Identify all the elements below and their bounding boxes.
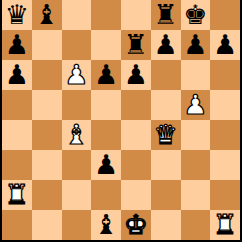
chess-board: ♛♝♜♚♟♜♟♟♟♟♟♟♟♟♝♛♟♜♝♚♜: [0, 0, 242, 242]
square-d3[interactable]: ♟: [91, 150, 121, 180]
piece-black-pawn-icon[interactable]: ♟: [183, 31, 207, 58]
piece-black-pawn-icon[interactable]: ♟: [5, 31, 29, 58]
square-g7[interactable]: ♟: [181, 30, 211, 60]
piece-black-rook-icon[interactable]: ♜: [124, 31, 148, 58]
square-e1[interactable]: ♚: [121, 210, 151, 240]
square-d6[interactable]: ♟: [91, 60, 121, 90]
piece-black-king-icon[interactable]: ♚: [183, 1, 207, 28]
square-c5[interactable]: [62, 90, 92, 120]
square-g5[interactable]: ♟: [181, 90, 211, 120]
piece-black-pawn-icon[interactable]: ♟: [154, 31, 178, 58]
square-a4[interactable]: [2, 120, 32, 150]
square-h1[interactable]: ♜: [210, 210, 240, 240]
square-g2[interactable]: [181, 180, 211, 210]
piece-white-pawn-icon[interactable]: ♟: [183, 91, 207, 118]
square-f3[interactable]: [151, 150, 181, 180]
square-d2[interactable]: [91, 180, 121, 210]
square-f1[interactable]: [151, 210, 181, 240]
square-e5[interactable]: [121, 90, 151, 120]
square-b7[interactable]: [32, 30, 62, 60]
square-d4[interactable]: [91, 120, 121, 150]
square-f2[interactable]: [151, 180, 181, 210]
square-e7[interactable]: ♜: [121, 30, 151, 60]
piece-black-pawn-icon[interactable]: ♟: [5, 61, 29, 88]
square-f5[interactable]: [151, 90, 181, 120]
square-e2[interactable]: [121, 180, 151, 210]
square-a7[interactable]: ♟: [2, 30, 32, 60]
square-e6[interactable]: ♟: [121, 60, 151, 90]
square-f8[interactable]: ♜: [151, 0, 181, 30]
square-c2[interactable]: [62, 180, 92, 210]
square-b3[interactable]: [32, 150, 62, 180]
square-a3[interactable]: [2, 150, 32, 180]
piece-black-pawn-icon[interactable]: ♟: [213, 31, 237, 58]
square-e4[interactable]: [121, 120, 151, 150]
square-c1[interactable]: [62, 210, 92, 240]
piece-white-queen-icon[interactable]: ♛: [154, 121, 178, 148]
square-a6[interactable]: ♟: [2, 60, 32, 90]
square-h3[interactable]: [210, 150, 240, 180]
piece-black-bishop-icon[interactable]: ♝: [35, 1, 59, 28]
square-h6[interactable]: [210, 60, 240, 90]
square-a2[interactable]: ♜: [2, 180, 32, 210]
square-h5[interactable]: [210, 90, 240, 120]
square-g4[interactable]: [181, 120, 211, 150]
square-e3[interactable]: [121, 150, 151, 180]
piece-black-pawn-icon[interactable]: ♟: [94, 151, 118, 178]
square-d8[interactable]: [91, 0, 121, 30]
piece-white-bishop-icon[interactable]: ♝: [64, 121, 88, 148]
square-g1[interactable]: [181, 210, 211, 240]
square-e8[interactable]: [121, 0, 151, 30]
square-b8[interactable]: ♝: [32, 0, 62, 30]
square-d7[interactable]: [91, 30, 121, 60]
square-a8[interactable]: ♛: [2, 0, 32, 30]
piece-white-pawn-icon[interactable]: ♟: [64, 61, 88, 88]
piece-white-rook-icon[interactable]: ♜: [5, 181, 29, 208]
piece-white-rook-icon[interactable]: ♜: [213, 211, 237, 238]
square-d5[interactable]: [91, 90, 121, 120]
square-d1[interactable]: ♝: [91, 210, 121, 240]
piece-white-king-icon[interactable]: ♚: [124, 211, 148, 238]
piece-black-queen-icon[interactable]: ♛: [5, 1, 29, 28]
square-a1[interactable]: [2, 210, 32, 240]
square-g3[interactable]: [181, 150, 211, 180]
square-c7[interactable]: [62, 30, 92, 60]
square-g8[interactable]: ♚: [181, 0, 211, 30]
square-h2[interactable]: [210, 180, 240, 210]
square-f6[interactable]: [151, 60, 181, 90]
square-c6[interactable]: ♟: [62, 60, 92, 90]
piece-black-rook-icon[interactable]: ♜: [154, 1, 178, 28]
square-g6[interactable]: [181, 60, 211, 90]
square-b2[interactable]: [32, 180, 62, 210]
square-f7[interactable]: ♟: [151, 30, 181, 60]
square-b5[interactable]: [32, 90, 62, 120]
piece-black-pawn-icon[interactable]: ♟: [94, 61, 118, 88]
square-b1[interactable]: [32, 210, 62, 240]
square-c3[interactable]: [62, 150, 92, 180]
square-h8[interactable]: [210, 0, 240, 30]
square-h4[interactable]: [210, 120, 240, 150]
piece-black-pawn-icon[interactable]: ♟: [124, 61, 148, 88]
square-a5[interactable]: [2, 90, 32, 120]
square-b6[interactable]: [32, 60, 62, 90]
square-h7[interactable]: ♟: [210, 30, 240, 60]
square-b4[interactable]: [32, 120, 62, 150]
piece-black-bishop-icon[interactable]: ♝: [94, 211, 118, 238]
square-f4[interactable]: ♛: [151, 120, 181, 150]
square-c8[interactable]: [62, 0, 92, 30]
square-c4[interactable]: ♝: [62, 120, 92, 150]
